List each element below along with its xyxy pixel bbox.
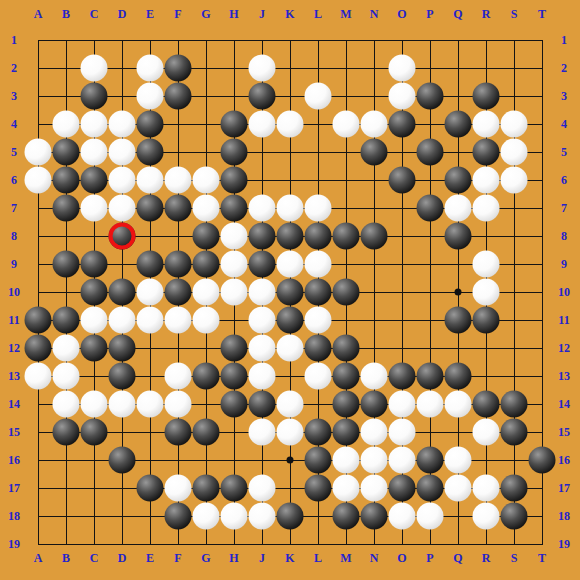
- white-stone-N13: [361, 363, 388, 390]
- white-stone-J15: [249, 419, 276, 446]
- white-stone-J12: [249, 335, 276, 362]
- col-label-top-H: H: [229, 7, 238, 22]
- black-stone-L8: [305, 223, 332, 250]
- white-stone-E10: [137, 279, 164, 306]
- black-stone-F9: [165, 251, 192, 278]
- row-label-right-7: 7: [561, 201, 567, 216]
- col-label-bottom-F: F: [174, 551, 181, 566]
- white-stone-J7: [249, 195, 276, 222]
- white-stone-G7: [193, 195, 220, 222]
- col-label-bottom-D: D: [118, 551, 127, 566]
- black-stone-R3: [473, 83, 500, 110]
- black-stone-R14: [473, 391, 500, 418]
- col-label-bottom-R: R: [482, 551, 491, 566]
- white-stone-J17: [249, 475, 276, 502]
- black-stone-N14: [361, 391, 388, 418]
- grid-hline: [38, 544, 543, 545]
- black-stone-G13: [193, 363, 220, 390]
- black-stone-B7: [53, 195, 80, 222]
- col-label-bottom-K: K: [285, 551, 294, 566]
- black-stone-F10: [165, 279, 192, 306]
- black-stone-F7: [165, 195, 192, 222]
- white-stone-G18: [193, 503, 220, 530]
- black-stone-C6: [81, 167, 108, 194]
- black-stone-B6: [53, 167, 80, 194]
- row-label-right-9: 9: [561, 257, 567, 272]
- row-label-left-11: 11: [8, 313, 19, 328]
- black-stone-R5: [473, 139, 500, 166]
- black-stone-F15: [165, 419, 192, 446]
- white-stone-D4: [109, 111, 136, 138]
- white-stone-D5: [109, 139, 136, 166]
- black-stone-C3: [81, 83, 108, 110]
- col-label-top-B: B: [62, 7, 70, 22]
- black-stone-E9: [137, 251, 164, 278]
- col-label-top-N: N: [370, 7, 379, 22]
- black-stone-C12: [81, 335, 108, 362]
- black-stone-E5: [137, 139, 164, 166]
- black-stone-H5: [221, 139, 248, 166]
- black-stone-O4: [389, 111, 416, 138]
- white-stone-R9: [473, 251, 500, 278]
- white-stone-B12: [53, 335, 80, 362]
- white-stone-O18: [389, 503, 416, 530]
- white-stone-S4: [501, 111, 528, 138]
- col-label-top-S: S: [511, 7, 518, 22]
- row-label-left-3: 3: [11, 89, 17, 104]
- white-stone-L11: [305, 307, 332, 334]
- row-label-right-18: 18: [558, 509, 570, 524]
- black-stone-E7: [137, 195, 164, 222]
- white-stone-K4: [277, 111, 304, 138]
- black-stone-C9: [81, 251, 108, 278]
- row-label-right-1: 1: [561, 33, 567, 48]
- white-stone-E2: [137, 55, 164, 82]
- white-stone-N17: [361, 475, 388, 502]
- col-label-bottom-P: P: [426, 551, 433, 566]
- black-stone-D16: [109, 447, 136, 474]
- white-stone-P18: [417, 503, 444, 530]
- black-stone-B11: [53, 307, 80, 334]
- white-stone-K12: [277, 335, 304, 362]
- black-stone-Q4: [445, 111, 472, 138]
- white-stone-P14: [417, 391, 444, 418]
- white-stone-R10: [473, 279, 500, 306]
- white-stone-F13: [165, 363, 192, 390]
- row-label-right-6: 6: [561, 173, 567, 188]
- black-stone-P7: [417, 195, 444, 222]
- black-stone-B5: [53, 139, 80, 166]
- white-stone-Q7: [445, 195, 472, 222]
- white-stone-R4: [473, 111, 500, 138]
- black-stone-G8: [193, 223, 220, 250]
- col-label-bottom-C: C: [90, 551, 99, 566]
- white-stone-L9: [305, 251, 332, 278]
- col-label-bottom-B: B: [62, 551, 70, 566]
- white-stone-R6: [473, 167, 500, 194]
- black-stone-J9: [249, 251, 276, 278]
- black-stone-D10: [109, 279, 136, 306]
- white-stone-G10: [193, 279, 220, 306]
- col-label-top-G: G: [201, 7, 210, 22]
- white-stone-K7: [277, 195, 304, 222]
- black-stone-K8: [277, 223, 304, 250]
- black-stone-N8: [361, 223, 388, 250]
- row-label-right-8: 8: [561, 229, 567, 244]
- black-stone-T16: [529, 447, 556, 474]
- white-stone-F17: [165, 475, 192, 502]
- row-label-left-1: 1: [11, 33, 17, 48]
- row-label-left-16: 16: [8, 453, 20, 468]
- white-stone-F6: [165, 167, 192, 194]
- white-stone-C14: [81, 391, 108, 418]
- white-stone-H10: [221, 279, 248, 306]
- white-stone-C4: [81, 111, 108, 138]
- col-label-bottom-M: M: [340, 551, 351, 566]
- row-label-right-4: 4: [561, 117, 567, 132]
- white-stone-F11: [165, 307, 192, 334]
- col-label-bottom-H: H: [229, 551, 238, 566]
- hoshi-dot-Q10: [455, 289, 462, 296]
- white-stone-B13: [53, 363, 80, 390]
- white-stone-R15: [473, 419, 500, 446]
- black-stone-A11: [25, 307, 52, 334]
- black-stone-K10: [277, 279, 304, 306]
- black-stone-E4: [137, 111, 164, 138]
- white-stone-G11: [193, 307, 220, 334]
- row-label-right-11: 11: [558, 313, 569, 328]
- white-stone-M16: [333, 447, 360, 474]
- black-stone-C10: [81, 279, 108, 306]
- white-stone-G6: [193, 167, 220, 194]
- white-stone-D6: [109, 167, 136, 194]
- black-stone-H17: [221, 475, 248, 502]
- row-label-right-3: 3: [561, 89, 567, 104]
- row-label-right-10: 10: [558, 285, 570, 300]
- row-label-left-9: 9: [11, 257, 17, 272]
- black-stone-F18: [165, 503, 192, 530]
- white-stone-J2: [249, 55, 276, 82]
- white-stone-N4: [361, 111, 388, 138]
- col-label-top-D: D: [118, 7, 127, 22]
- white-stone-C11: [81, 307, 108, 334]
- black-stone-H13: [221, 363, 248, 390]
- black-stone-L16: [305, 447, 332, 474]
- col-label-top-L: L: [314, 7, 322, 22]
- black-stone-G9: [193, 251, 220, 278]
- black-stone-S14: [501, 391, 528, 418]
- row-label-right-19: 19: [558, 537, 570, 552]
- col-label-top-J: J: [259, 7, 265, 22]
- black-stone-D13: [109, 363, 136, 390]
- black-stone-R11: [473, 307, 500, 334]
- white-stone-K9: [277, 251, 304, 278]
- row-label-left-5: 5: [11, 145, 17, 160]
- white-stone-Q16: [445, 447, 472, 474]
- row-label-right-16: 16: [558, 453, 570, 468]
- black-stone-J8: [249, 223, 276, 250]
- black-stone-P16: [417, 447, 444, 474]
- col-label-top-M: M: [340, 7, 351, 22]
- row-label-right-17: 17: [558, 481, 570, 496]
- white-stone-H9: [221, 251, 248, 278]
- white-stone-A6: [25, 167, 52, 194]
- row-label-right-2: 2: [561, 61, 567, 76]
- col-label-top-C: C: [90, 7, 99, 22]
- black-stone-H12: [221, 335, 248, 362]
- white-stone-C5: [81, 139, 108, 166]
- white-stone-L7: [305, 195, 332, 222]
- row-label-right-15: 15: [558, 425, 570, 440]
- black-stone-S18: [501, 503, 528, 530]
- black-stone-A12: [25, 335, 52, 362]
- white-stone-H8: [221, 223, 248, 250]
- white-stone-K15: [277, 419, 304, 446]
- black-stone-D12: [109, 335, 136, 362]
- col-label-top-E: E: [146, 7, 154, 22]
- black-stone-H4: [221, 111, 248, 138]
- white-stone-R17: [473, 475, 500, 502]
- white-stone-D7: [109, 195, 136, 222]
- black-stone-Q13: [445, 363, 472, 390]
- row-label-left-13: 13: [8, 369, 20, 384]
- black-stone-O13: [389, 363, 416, 390]
- black-stone-Q8: [445, 223, 472, 250]
- black-stone-S17: [501, 475, 528, 502]
- row-label-right-14: 14: [558, 397, 570, 412]
- row-label-left-14: 14: [8, 397, 20, 412]
- row-label-left-19: 19: [8, 537, 20, 552]
- white-stone-J11: [249, 307, 276, 334]
- row-label-left-6: 6: [11, 173, 17, 188]
- row-label-left-7: 7: [11, 201, 17, 216]
- col-label-top-O: O: [397, 7, 406, 22]
- black-stone-P13: [417, 363, 444, 390]
- black-stone-J3: [249, 83, 276, 110]
- row-label-left-15: 15: [8, 425, 20, 440]
- black-stone-M10: [333, 279, 360, 306]
- white-stone-J18: [249, 503, 276, 530]
- col-label-top-T: T: [538, 7, 546, 22]
- white-stone-D14: [109, 391, 136, 418]
- row-label-left-4: 4: [11, 117, 17, 132]
- white-stone-O15: [389, 419, 416, 446]
- go-board[interactable]: ABCDEFGHJKLMNOPQRST ABCDEFGHJKLMNOPQRST …: [0, 0, 580, 580]
- black-stone-M14: [333, 391, 360, 418]
- row-label-left-10: 10: [8, 285, 20, 300]
- white-stone-A5: [25, 139, 52, 166]
- black-stone-L15: [305, 419, 332, 446]
- black-stone-L10: [305, 279, 332, 306]
- black-stone-G17: [193, 475, 220, 502]
- col-label-top-F: F: [174, 7, 181, 22]
- white-stone-E6: [137, 167, 164, 194]
- white-stone-O16: [389, 447, 416, 474]
- white-stone-J4: [249, 111, 276, 138]
- row-label-left-8: 8: [11, 229, 17, 244]
- white-stone-M4: [333, 111, 360, 138]
- col-label-bottom-A: A: [34, 551, 43, 566]
- black-stone-H7: [221, 195, 248, 222]
- black-stone-K18: [277, 503, 304, 530]
- black-stone-P17: [417, 475, 444, 502]
- black-stone-Q11: [445, 307, 472, 334]
- white-stone-H18: [221, 503, 248, 530]
- white-stone-B4: [53, 111, 80, 138]
- white-stone-S5: [501, 139, 528, 166]
- white-stone-O2: [389, 55, 416, 82]
- col-label-bottom-S: S: [511, 551, 518, 566]
- white-stone-Q17: [445, 475, 472, 502]
- black-stone-O6: [389, 167, 416, 194]
- black-stone-N18: [361, 503, 388, 530]
- col-label-top-R: R: [482, 7, 491, 22]
- col-label-top-Q: Q: [453, 7, 462, 22]
- black-stone-B9: [53, 251, 80, 278]
- col-label-bottom-T: T: [538, 551, 546, 566]
- col-label-bottom-G: G: [201, 551, 210, 566]
- black-stone-M12: [333, 335, 360, 362]
- white-stone-J13: [249, 363, 276, 390]
- row-label-right-5: 5: [561, 145, 567, 160]
- black-stone-B15: [53, 419, 80, 446]
- white-stone-Q14: [445, 391, 472, 418]
- white-stone-F14: [165, 391, 192, 418]
- white-stone-M17: [333, 475, 360, 502]
- col-label-top-P: P: [426, 7, 433, 22]
- col-label-bottom-L: L: [314, 551, 322, 566]
- white-stone-A13: [25, 363, 52, 390]
- white-stone-E3: [137, 83, 164, 110]
- black-stone-G15: [193, 419, 220, 446]
- white-stone-R18: [473, 503, 500, 530]
- col-label-bottom-O: O: [397, 551, 406, 566]
- row-label-right-13: 13: [558, 369, 570, 384]
- black-stone-E17: [137, 475, 164, 502]
- black-stone-M18: [333, 503, 360, 530]
- white-stone-R7: [473, 195, 500, 222]
- black-stone-P5: [417, 139, 444, 166]
- hoshi-dot-K16: [287, 457, 294, 464]
- white-stone-N16: [361, 447, 388, 474]
- white-stone-L3: [305, 83, 332, 110]
- row-label-right-12: 12: [558, 341, 570, 356]
- black-stone-K11: [277, 307, 304, 334]
- black-stone-H14: [221, 391, 248, 418]
- black-stone-L12: [305, 335, 332, 362]
- black-stone-P3: [417, 83, 444, 110]
- col-label-bottom-Q: Q: [453, 551, 462, 566]
- last-move-marker: [109, 223, 136, 250]
- black-stone-M15: [333, 419, 360, 446]
- white-stone-C7: [81, 195, 108, 222]
- black-stone-J14: [249, 391, 276, 418]
- white-stone-N15: [361, 419, 388, 446]
- white-stone-K14: [277, 391, 304, 418]
- col-label-bottom-J: J: [259, 551, 265, 566]
- white-stone-D11: [109, 307, 136, 334]
- col-label-bottom-E: E: [146, 551, 154, 566]
- col-label-top-K: K: [285, 7, 294, 22]
- row-label-left-2: 2: [11, 61, 17, 76]
- white-stone-J10: [249, 279, 276, 306]
- black-stone-S15: [501, 419, 528, 446]
- black-stone-F2: [165, 55, 192, 82]
- black-stone-Q6: [445, 167, 472, 194]
- black-stone-L17: [305, 475, 332, 502]
- white-stone-C2: [81, 55, 108, 82]
- white-stone-L13: [305, 363, 332, 390]
- black-stone-O17: [389, 475, 416, 502]
- white-stone-E14: [137, 391, 164, 418]
- black-stone-H6: [221, 167, 248, 194]
- white-stone-O14: [389, 391, 416, 418]
- white-stone-S6: [501, 167, 528, 194]
- black-stone-N5: [361, 139, 388, 166]
- row-label-left-18: 18: [8, 509, 20, 524]
- black-stone-C15: [81, 419, 108, 446]
- white-stone-E11: [137, 307, 164, 334]
- row-label-left-12: 12: [8, 341, 20, 356]
- col-label-top-A: A: [34, 7, 43, 22]
- black-stone-M13: [333, 363, 360, 390]
- black-stone-F3: [165, 83, 192, 110]
- white-stone-O3: [389, 83, 416, 110]
- col-label-bottom-N: N: [370, 551, 379, 566]
- black-stone-M8: [333, 223, 360, 250]
- row-label-left-17: 17: [8, 481, 20, 496]
- white-stone-B14: [53, 391, 80, 418]
